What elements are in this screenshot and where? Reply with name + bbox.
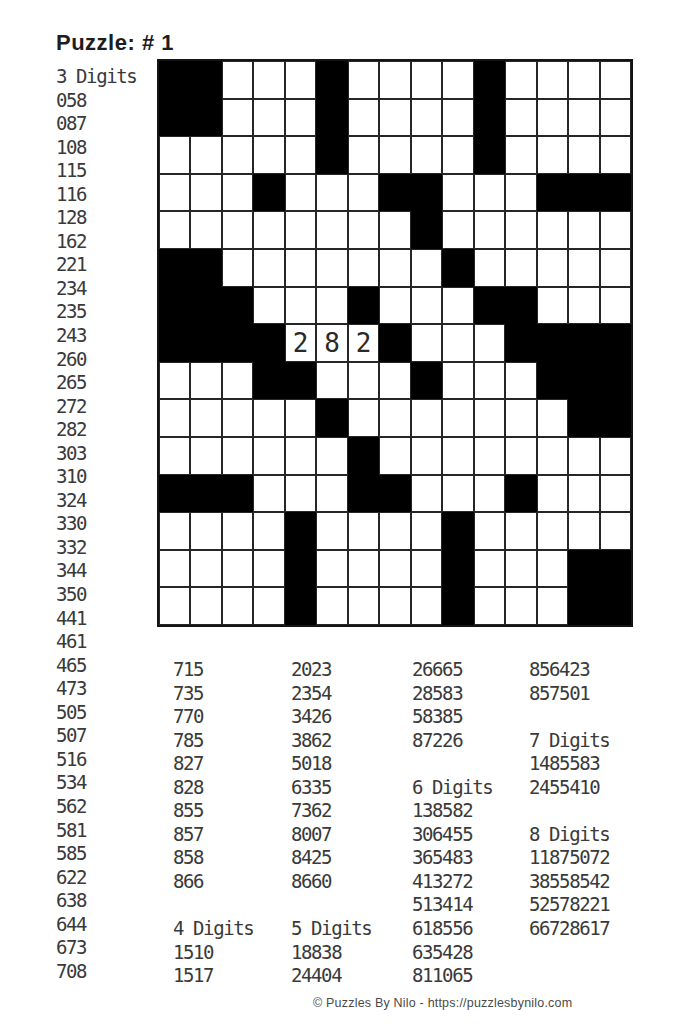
empty-cell[interactable]: [537, 550, 568, 588]
empty-cell[interactable]: [316, 437, 347, 475]
black-cell: [316, 399, 347, 437]
empty-cell[interactable]: [379, 99, 410, 137]
empty-cell[interactable]: [537, 136, 568, 174]
empty-cell[interactable]: [348, 174, 379, 212]
empty-cell[interactable]: [348, 550, 379, 588]
empty-cell[interactable]: [222, 136, 253, 174]
digit-list-column-3: 2023 2354 3426 3862 5018 6335 7362 8007 …: [291, 658, 371, 988]
empty-cell[interactable]: [190, 550, 221, 588]
empty-cell[interactable]: [285, 174, 316, 212]
empty-cell[interactable]: [568, 475, 599, 513]
black-cell: [190, 287, 221, 325]
empty-cell[interactable]: [505, 249, 536, 287]
empty-cell[interactable]: [222, 512, 253, 550]
empty-cell[interactable]: [600, 287, 631, 325]
empty-cell[interactable]: [379, 61, 410, 99]
black-cell: [348, 287, 379, 325]
black-cell: [568, 362, 599, 400]
empty-cell[interactable]: [505, 362, 536, 400]
empty-cell[interactable]: [159, 587, 190, 625]
empty-cell[interactable]: [411, 437, 442, 475]
empty-cell[interactable]: [190, 399, 221, 437]
black-cell: [222, 475, 253, 513]
empty-cell[interactable]: [190, 136, 221, 174]
black-cell: [316, 61, 347, 99]
empty-cell[interactable]: [442, 61, 473, 99]
empty-cell[interactable]: [222, 174, 253, 212]
empty-cell[interactable]: [348, 587, 379, 625]
empty-cell[interactable]: [285, 287, 316, 325]
empty-cell[interactable]: [537, 211, 568, 249]
empty-cell[interactable]: [190, 587, 221, 625]
black-cell: [442, 550, 473, 588]
empty-cell[interactable]: [159, 512, 190, 550]
empty-cell[interactable]: [442, 324, 473, 362]
black-cell: [379, 475, 410, 513]
empty-cell[interactable]: [253, 287, 284, 325]
empty-cell[interactable]: [379, 587, 410, 625]
empty-cell[interactable]: [159, 437, 190, 475]
empty-cell[interactable]: [159, 362, 190, 400]
black-cell: [442, 587, 473, 625]
empty-cell[interactable]: [505, 550, 536, 588]
black-cell: [600, 174, 631, 212]
empty-cell[interactable]: [316, 287, 347, 325]
empty-cell[interactable]: [316, 362, 347, 400]
empty-cell[interactable]: [474, 437, 505, 475]
black-cell: [285, 362, 316, 400]
black-cell: [411, 362, 442, 400]
empty-cell[interactable]: [379, 136, 410, 174]
black-cell: [568, 587, 599, 625]
black-cell: [474, 136, 505, 174]
black-cell: [285, 512, 316, 550]
black-cell: [568, 399, 599, 437]
black-cell: [505, 324, 536, 362]
given-digit-cell: 2: [348, 324, 379, 362]
black-cell: [190, 99, 221, 137]
empty-cell[interactable]: [316, 587, 347, 625]
black-cell: [379, 174, 410, 212]
black-cell: [190, 61, 221, 99]
empty-cell[interactable]: [253, 437, 284, 475]
empty-cell[interactable]: [505, 587, 536, 625]
black-cell: [190, 475, 221, 513]
empty-cell[interactable]: [411, 287, 442, 325]
empty-cell[interactable]: [442, 211, 473, 249]
black-cell: [253, 174, 284, 212]
empty-cell[interactable]: [600, 61, 631, 99]
empty-cell[interactable]: [537, 437, 568, 475]
empty-cell[interactable]: [474, 249, 505, 287]
empty-cell[interactable]: [505, 211, 536, 249]
empty-cell[interactable]: [253, 61, 284, 99]
empty-cell[interactable]: [285, 475, 316, 513]
empty-cell[interactable]: [348, 211, 379, 249]
black-cell: [159, 99, 190, 137]
empty-cell[interactable]: [222, 362, 253, 400]
black-cell: [348, 437, 379, 475]
empty-cell[interactable]: [600, 512, 631, 550]
empty-cell[interactable]: [285, 399, 316, 437]
empty-cell[interactable]: [253, 249, 284, 287]
empty-cell[interactable]: [537, 287, 568, 325]
black-cell: [474, 99, 505, 137]
empty-cell[interactable]: [474, 211, 505, 249]
empty-cell[interactable]: [537, 249, 568, 287]
black-cell: [411, 211, 442, 249]
empty-cell[interactable]: [379, 512, 410, 550]
empty-cell[interactable]: [474, 362, 505, 400]
empty-cell[interactable]: [474, 550, 505, 588]
empty-cell[interactable]: [159, 399, 190, 437]
empty-cell[interactable]: [379, 550, 410, 588]
digit-list-column-5: 856423 857501 7 Digits 1485583 2455410 8…: [529, 658, 609, 941]
empty-cell[interactable]: [568, 211, 599, 249]
empty-cell[interactable]: [505, 437, 536, 475]
empty-cell[interactable]: [442, 136, 473, 174]
empty-cell[interactable]: [505, 136, 536, 174]
empty-cell[interactable]: [222, 99, 253, 137]
empty-cell[interactable]: [411, 587, 442, 625]
empty-cell[interactable]: [253, 211, 284, 249]
empty-cell[interactable]: [285, 61, 316, 99]
black-cell: [537, 362, 568, 400]
empty-cell[interactable]: [348, 61, 379, 99]
empty-cell[interactable]: [537, 61, 568, 99]
empty-cell[interactable]: [537, 99, 568, 137]
empty-cell[interactable]: [316, 174, 347, 212]
empty-cell[interactable]: [316, 475, 347, 513]
empty-cell[interactable]: [253, 136, 284, 174]
empty-cell[interactable]: [442, 437, 473, 475]
black-cell: [379, 324, 410, 362]
empty-cell[interactable]: [159, 211, 190, 249]
black-cell: [411, 174, 442, 212]
empty-cell[interactable]: [285, 99, 316, 137]
black-cell: [222, 287, 253, 325]
digit-list-column-1: 3 Digits 058 087 108 115 116 128 162 221…: [56, 65, 136, 983]
empty-cell[interactable]: [411, 475, 442, 513]
empty-cell[interactable]: [568, 61, 599, 99]
black-cell: [253, 324, 284, 362]
empty-cell[interactable]: [411, 99, 442, 137]
black-cell: [285, 587, 316, 625]
black-cell: [316, 99, 347, 137]
black-cell: [190, 249, 221, 287]
empty-cell[interactable]: [253, 587, 284, 625]
empty-cell[interactable]: [568, 99, 599, 137]
black-cell: [600, 399, 631, 437]
empty-cell[interactable]: [568, 437, 599, 475]
empty-cell[interactable]: [442, 362, 473, 400]
empty-cell[interactable]: [600, 136, 631, 174]
empty-cell[interactable]: [600, 249, 631, 287]
empty-cell[interactable]: [537, 475, 568, 513]
black-cell: [505, 287, 536, 325]
empty-cell[interactable]: [568, 136, 599, 174]
black-cell: [159, 249, 190, 287]
empty-cell[interactable]: [568, 249, 599, 287]
empty-cell[interactable]: [316, 550, 347, 588]
empty-cell[interactable]: [600, 211, 631, 249]
empty-cell[interactable]: [222, 249, 253, 287]
black-cell: [568, 174, 599, 212]
black-cell: [474, 287, 505, 325]
empty-cell[interactable]: [505, 512, 536, 550]
empty-cell[interactable]: [411, 324, 442, 362]
empty-cell[interactable]: [159, 136, 190, 174]
empty-cell[interactable]: [222, 437, 253, 475]
empty-cell[interactable]: [159, 550, 190, 588]
empty-cell[interactable]: [348, 399, 379, 437]
empty-cell[interactable]: [505, 174, 536, 212]
black-cell: [285, 550, 316, 588]
empty-cell[interactable]: [316, 211, 347, 249]
empty-cell[interactable]: [222, 211, 253, 249]
empty-cell[interactable]: [537, 587, 568, 625]
empty-cell[interactable]: [253, 475, 284, 513]
empty-cell[interactable]: [474, 174, 505, 212]
empty-cell[interactable]: [285, 249, 316, 287]
empty-cell[interactable]: [474, 587, 505, 625]
empty-cell[interactable]: [222, 550, 253, 588]
empty-cell[interactable]: [348, 136, 379, 174]
footer-credit: © Puzzles By Nilo - https://puzzlesbynil…: [313, 996, 572, 1010]
empty-cell[interactable]: [411, 249, 442, 287]
empty-cell[interactable]: [190, 512, 221, 550]
empty-cell[interactable]: [379, 362, 410, 400]
empty-cell[interactable]: [253, 550, 284, 588]
empty-cell[interactable]: [600, 99, 631, 137]
page-title: Puzzle: # 1: [56, 30, 174, 56]
empty-cell[interactable]: [253, 99, 284, 137]
black-cell: [600, 587, 631, 625]
empty-cell[interactable]: [568, 287, 599, 325]
black-cell: [190, 324, 221, 362]
empty-cell[interactable]: [411, 61, 442, 99]
black-cell: [159, 475, 190, 513]
empty-cell[interactable]: [190, 211, 221, 249]
empty-cell[interactable]: [442, 399, 473, 437]
black-cell: [537, 324, 568, 362]
empty-cell[interactable]: [505, 99, 536, 137]
empty-cell[interactable]: [568, 512, 599, 550]
black-cell: [600, 324, 631, 362]
empty-cell[interactable]: [442, 99, 473, 137]
empty-cell[interactable]: [190, 362, 221, 400]
empty-cell[interactable]: [316, 249, 347, 287]
empty-cell[interactable]: [600, 437, 631, 475]
empty-cell[interactable]: [411, 136, 442, 174]
empty-cell[interactable]: [348, 249, 379, 287]
empty-cell[interactable]: [442, 475, 473, 513]
black-cell: [568, 550, 599, 588]
empty-cell[interactable]: [285, 136, 316, 174]
empty-cell[interactable]: [190, 437, 221, 475]
empty-cell[interactable]: [537, 512, 568, 550]
empty-cell[interactable]: [411, 550, 442, 588]
black-cell: [159, 324, 190, 362]
black-cell: [600, 362, 631, 400]
black-cell: [474, 61, 505, 99]
empty-cell[interactable]: [222, 587, 253, 625]
empty-cell[interactable]: [348, 512, 379, 550]
empty-cell[interactable]: [348, 362, 379, 400]
digit-list-column-4: 26665 28583 58385 87226 6 Digits 138582 …: [412, 658, 492, 988]
empty-cell[interactable]: [442, 174, 473, 212]
puzzle-page: Puzzle: # 1 282 3 Digits 058 087 108 115…: [0, 0, 683, 1024]
black-cell: [442, 512, 473, 550]
black-cell: [159, 287, 190, 325]
empty-cell[interactable]: [505, 399, 536, 437]
empty-cell[interactable]: [474, 475, 505, 513]
empty-cell[interactable]: [411, 512, 442, 550]
empty-cell[interactable]: [474, 324, 505, 362]
empty-cell[interactable]: [222, 61, 253, 99]
empty-cell[interactable]: [379, 437, 410, 475]
black-cell: [600, 550, 631, 588]
given-digit-cell: 2: [285, 324, 316, 362]
empty-cell[interactable]: [474, 512, 505, 550]
empty-cell[interactable]: [159, 174, 190, 212]
empty-cell[interactable]: [190, 174, 221, 212]
empty-cell[interactable]: [505, 61, 536, 99]
black-cell: [537, 174, 568, 212]
given-digit-cell: 8: [316, 324, 347, 362]
black-cell: [442, 249, 473, 287]
fill-in-grid: 282: [157, 59, 633, 627]
black-cell: [348, 475, 379, 513]
empty-cell[interactable]: [285, 437, 316, 475]
empty-cell[interactable]: [537, 399, 568, 437]
black-cell: [505, 475, 536, 513]
empty-cell[interactable]: [379, 249, 410, 287]
black-cell: [253, 362, 284, 400]
empty-cell[interactable]: [348, 99, 379, 137]
empty-cell[interactable]: [474, 399, 505, 437]
digit-list-column-2: 715 735 770 785 827 828 855 857 858 866 …: [173, 658, 253, 988]
empty-cell[interactable]: [600, 475, 631, 513]
black-cell: [568, 324, 599, 362]
empty-cell[interactable]: [411, 399, 442, 437]
empty-cell[interactable]: [285, 211, 316, 249]
empty-cell[interactable]: [222, 399, 253, 437]
empty-cell[interactable]: [316, 512, 347, 550]
empty-cell[interactable]: [379, 287, 410, 325]
black-cell: [316, 136, 347, 174]
empty-cell[interactable]: [442, 287, 473, 325]
black-cell: [159, 61, 190, 99]
black-cell: [222, 324, 253, 362]
empty-cell[interactable]: [379, 211, 410, 249]
empty-cell[interactable]: [253, 512, 284, 550]
empty-cell[interactable]: [253, 399, 284, 437]
empty-cell[interactable]: [379, 399, 410, 437]
